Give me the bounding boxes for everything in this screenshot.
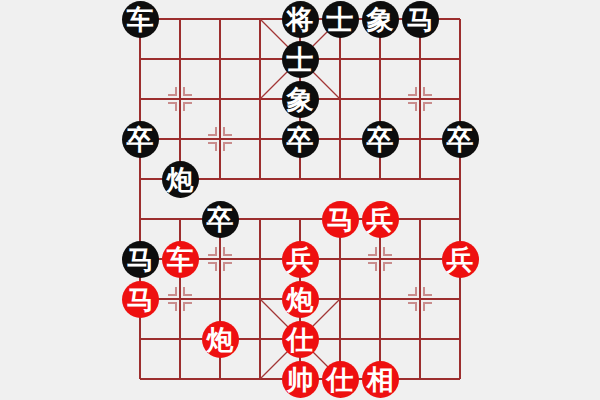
piece-red-chariot[interactable]: 车 (162, 241, 199, 278)
piece-black-horse[interactable]: 马 (122, 241, 159, 278)
piece-red-cannon[interactable]: 炮 (282, 281, 319, 318)
piece-black-cannon[interactable]: 炮 (162, 161, 199, 198)
piece-red-cannon[interactable]: 炮 (202, 321, 239, 358)
piece-red-advisor[interactable]: 仕 (282, 321, 319, 358)
piece-red-soldier[interactable]: 兵 (362, 201, 399, 238)
piece-black-soldier[interactable]: 卒 (442, 121, 479, 158)
piece-black-advisor[interactable]: 士 (282, 41, 319, 78)
piece-black-elephant[interactable]: 象 (362, 1, 399, 38)
piece-black-elephant[interactable]: 象 (282, 81, 319, 118)
piece-black-soldier[interactable]: 卒 (122, 121, 159, 158)
piece-red-soldier[interactable]: 兵 (282, 241, 319, 278)
piece-black-horse[interactable]: 马 (402, 1, 439, 38)
piece-red-horse[interactable]: 马 (322, 201, 359, 238)
piece-black-chariot[interactable]: 车 (122, 1, 159, 38)
xiangqi-board: 车将士象马士象卒卒卒卒炮卒马兵马车兵兵马炮炮仕帅仕相 (120, 0, 480, 399)
piece-black-soldier[interactable]: 卒 (362, 121, 399, 158)
piece-black-advisor[interactable]: 士 (322, 1, 359, 38)
piece-red-soldier[interactable]: 兵 (442, 241, 479, 278)
piece-black-general[interactable]: 将 (282, 1, 319, 38)
piece-black-soldier[interactable]: 卒 (282, 121, 319, 158)
piece-red-horse[interactable]: 马 (122, 281, 159, 318)
piece-red-general[interactable]: 帅 (282, 361, 319, 398)
piece-red-advisor[interactable]: 仕 (322, 361, 359, 398)
piece-black-soldier[interactable]: 卒 (202, 201, 239, 238)
piece-red-elephant[interactable]: 相 (362, 361, 399, 398)
xiangqi-app: 车将士象马士象卒卒卒卒炮卒马兵马车兵兵马炮炮仕帅仕相 (0, 0, 600, 400)
